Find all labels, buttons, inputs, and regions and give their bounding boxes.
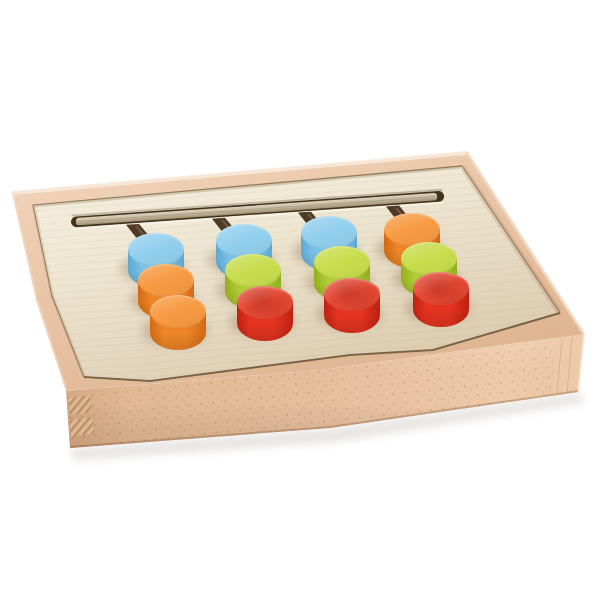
discs-layer <box>0 0 600 600</box>
disc-col3-row3-red[interactable] <box>324 278 380 334</box>
disc-top <box>301 216 357 249</box>
disc-top <box>314 246 370 279</box>
disc-top <box>324 278 380 311</box>
scene <box>0 0 600 600</box>
disc-top <box>150 295 206 328</box>
disc-top <box>225 254 281 287</box>
disc-col1-row3-orange[interactable] <box>150 295 206 351</box>
disc-col4-row3-red[interactable] <box>413 272 469 328</box>
disc-top <box>216 224 272 257</box>
disc-top <box>401 242 457 275</box>
disc-top <box>138 264 194 297</box>
disc-top <box>128 233 184 266</box>
disc-top <box>413 272 469 305</box>
disc-col2-row3-red[interactable] <box>237 286 293 342</box>
disc-top <box>237 286 293 319</box>
